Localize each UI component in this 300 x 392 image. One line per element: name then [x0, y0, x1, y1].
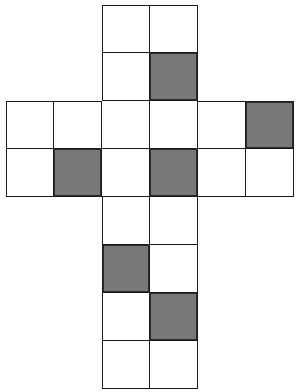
outside-area — [54, 341, 102, 389]
cell-r8c4[interactable] — [150, 341, 198, 389]
cell-r6c4[interactable] — [150, 245, 198, 293]
cell-r3c5[interactable] — [198, 101, 246, 149]
cell-r3c6[interactable] — [246, 101, 294, 149]
cell-r1c3[interactable] — [102, 5, 150, 53]
cell-r4c4[interactable] — [150, 149, 198, 197]
outside-area — [246, 341, 294, 389]
outside-area — [54, 293, 102, 341]
outside-area — [246, 5, 294, 53]
cell-r3c1[interactable] — [6, 101, 54, 149]
cell-r5c4[interactable] — [150, 197, 198, 245]
puzzle-canvas — [0, 0, 300, 392]
cell-r6c3[interactable] — [102, 245, 150, 293]
outside-area — [54, 245, 102, 293]
cell-r4c5[interactable] — [198, 149, 246, 197]
outside-area — [198, 197, 246, 245]
outside-area — [246, 245, 294, 293]
outside-area — [246, 197, 294, 245]
outside-area — [6, 53, 54, 101]
cell-r7c3[interactable] — [102, 293, 150, 341]
outside-area — [54, 197, 102, 245]
outside-area — [6, 5, 54, 53]
cell-r8c3[interactable] — [102, 341, 150, 389]
cell-r1c4[interactable] — [150, 5, 198, 53]
cell-r4c6[interactable] — [246, 149, 294, 197]
outside-area — [198, 5, 246, 53]
cell-r2c3[interactable] — [102, 53, 150, 101]
outside-area — [246, 53, 294, 101]
outside-area — [198, 245, 246, 293]
outside-area — [198, 341, 246, 389]
cell-r4c3[interactable] — [102, 149, 150, 197]
cell-r7c4[interactable] — [150, 293, 198, 341]
outside-area — [6, 341, 54, 389]
outside-area — [198, 293, 246, 341]
cell-r5c3[interactable] — [102, 197, 150, 245]
outside-area — [6, 245, 54, 293]
cell-r3c2[interactable] — [54, 101, 102, 149]
cell-r3c4[interactable] — [150, 101, 198, 149]
cell-r4c2[interactable] — [54, 149, 102, 197]
cell-r3c3[interactable] — [102, 101, 150, 149]
outside-area — [54, 53, 102, 101]
cell-r4c1[interactable] — [6, 149, 54, 197]
outside-area — [246, 293, 294, 341]
outside-area — [6, 293, 54, 341]
outside-area — [198, 53, 246, 101]
cell-r2c4[interactable] — [150, 53, 198, 101]
puzzle-board — [6, 5, 294, 389]
outside-area — [54, 5, 102, 53]
outside-area — [6, 197, 54, 245]
